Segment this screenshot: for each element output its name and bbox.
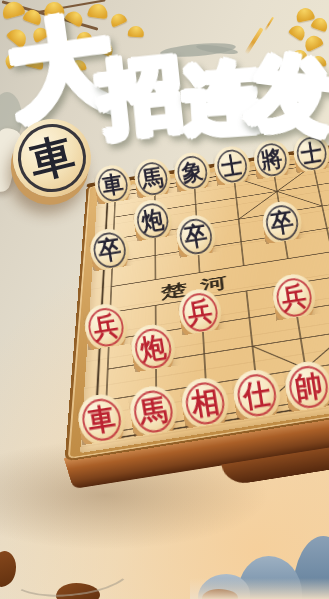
ginkgo-leaf-icon — [69, 59, 86, 72]
hero-piece-chariot: 車 — [5, 111, 100, 206]
mist-overlay — [190, 578, 329, 599]
ginkgo-leaf-icon — [288, 23, 308, 42]
gold-streak-icon — [244, 27, 263, 55]
ginkgo-leaf-icon — [25, 54, 45, 70]
ginkgo-leaf-icon — [30, 25, 50, 43]
hero-piece-label: 車 — [5, 111, 100, 206]
ginkgo-leaf-icon — [2, 50, 22, 69]
ginkgo-leaf-icon — [87, 3, 109, 20]
ginkgo-leaf-icon — [108, 11, 127, 28]
ginkgo-cluster-top-right — [288, 8, 329, 78]
xiangqi-board: 楚河 漢界 車馬象士將士象馬車炮炮卒卒卒卒卒兵兵兵兵兵炮炮車馬相仕帥仕相馬車 — [65, 128, 329, 461]
ginkgo-leaf-icon — [51, 34, 71, 50]
ginkgo-leaf-icon — [128, 25, 145, 37]
xiangqi-promo-screen: { "game": "xiangqi", "title": { "text": … — [0, 0, 329, 599]
ginkgo-leaf-icon — [6, 25, 30, 49]
gold-streak-icon — [264, 17, 274, 32]
ginkgo-cluster-top-left — [0, 0, 170, 110]
ginkgo-leaf-icon — [302, 33, 324, 53]
board-surface: 楚河 漢界 車馬象士將士象馬車炮炮卒卒卒卒卒兵兵兵兵兵炮炮車馬相仕帥仕相馬車 — [80, 135, 329, 453]
ginkgo-leaf-icon — [94, 39, 115, 58]
ginkgo-leaf-icon — [43, 1, 64, 17]
board-leg — [221, 436, 329, 487]
ginkgo-leaf-icon — [75, 30, 93, 45]
board-frame: 楚河 漢界 車馬象士將士象馬車炮炮卒卒卒卒卒兵兵兵兵兵炮炮車馬相仕帥仕相馬車 — [65, 128, 329, 461]
title-char-3: 连连 — [181, 57, 262, 138]
ginkgo-leaf-icon — [309, 55, 326, 68]
